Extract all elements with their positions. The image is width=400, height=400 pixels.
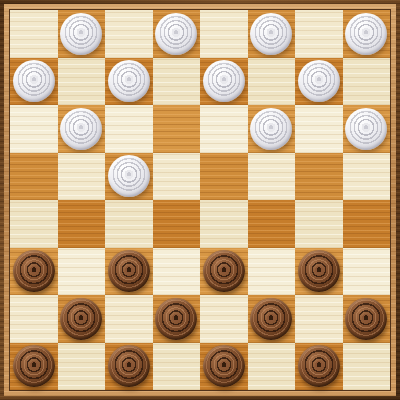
dark-piece-c3[interactable]: ⛀ bbox=[108, 250, 150, 292]
white-piece-f6[interactable]: ⛂ bbox=[250, 108, 292, 150]
dark-piece-f2[interactable]: ⛀ bbox=[250, 298, 292, 340]
white-piece-d8[interactable]: ⛂ bbox=[155, 13, 197, 55]
square-g3[interactable]: ⛀ bbox=[295, 248, 343, 296]
white-piece-g7[interactable]: ⛂ bbox=[298, 60, 340, 102]
dark-piece-a3[interactable]: ⛀ bbox=[13, 250, 55, 292]
white-piece-f8[interactable]: ⛂ bbox=[250, 13, 292, 55]
square-d5 bbox=[153, 153, 201, 201]
dark-piece-g3[interactable]: ⛀ bbox=[298, 250, 340, 292]
white-piece-a7[interactable]: ⛂ bbox=[13, 60, 55, 102]
square-c7[interactable]: ⛂ bbox=[105, 58, 153, 106]
dark-piece-e3[interactable]: ⛀ bbox=[203, 250, 245, 292]
square-h3 bbox=[343, 248, 391, 296]
square-h1 bbox=[343, 343, 391, 391]
square-b7 bbox=[58, 58, 106, 106]
white-piece-b8[interactable]: ⛂ bbox=[60, 13, 102, 55]
square-d2[interactable]: ⛀ bbox=[153, 295, 201, 343]
square-e2 bbox=[200, 295, 248, 343]
dark-piece-g1[interactable]: ⛀ bbox=[298, 345, 340, 387]
square-e6 bbox=[200, 105, 248, 153]
square-e7[interactable]: ⛂ bbox=[200, 58, 248, 106]
square-h6[interactable]: ⛂ bbox=[343, 105, 391, 153]
square-d7 bbox=[153, 58, 201, 106]
square-h2[interactable]: ⛀ bbox=[343, 295, 391, 343]
square-f6[interactable]: ⛂ bbox=[248, 105, 296, 153]
square-e1[interactable]: ⛀ bbox=[200, 343, 248, 391]
white-piece-b6[interactable]: ⛂ bbox=[60, 108, 102, 150]
white-piece-e7[interactable]: ⛂ bbox=[203, 60, 245, 102]
square-e8 bbox=[200, 10, 248, 58]
square-b6[interactable]: ⛂ bbox=[58, 105, 106, 153]
square-a8 bbox=[10, 10, 58, 58]
checkers-board: ⛂⛂⛂⛂⛂⛂⛂⛂⛂⛂⛂⛂⛀⛀⛀⛀⛀⛀⛀⛀⛀⛀⛀⛀ bbox=[9, 9, 391, 391]
square-d4[interactable] bbox=[153, 200, 201, 248]
white-piece-h8[interactable]: ⛂ bbox=[345, 13, 387, 55]
square-g8 bbox=[295, 10, 343, 58]
dark-piece-d2[interactable]: ⛀ bbox=[155, 298, 197, 340]
square-c5[interactable]: ⛂ bbox=[105, 153, 153, 201]
square-f7 bbox=[248, 58, 296, 106]
square-d6[interactable] bbox=[153, 105, 201, 153]
square-d1 bbox=[153, 343, 201, 391]
square-g2 bbox=[295, 295, 343, 343]
square-d3 bbox=[153, 248, 201, 296]
square-h5 bbox=[343, 153, 391, 201]
square-f2[interactable]: ⛀ bbox=[248, 295, 296, 343]
square-a2 bbox=[10, 295, 58, 343]
square-e5[interactable] bbox=[200, 153, 248, 201]
square-b2[interactable]: ⛀ bbox=[58, 295, 106, 343]
board-frame-inner: ⛂⛂⛂⛂⛂⛂⛂⛂⛂⛂⛂⛂⛀⛀⛀⛀⛀⛀⛀⛀⛀⛀⛀⛀ bbox=[4, 4, 396, 396]
dark-piece-c1[interactable]: ⛀ bbox=[108, 345, 150, 387]
square-a1[interactable]: ⛀ bbox=[10, 343, 58, 391]
square-e4 bbox=[200, 200, 248, 248]
white-piece-c5[interactable]: ⛂ bbox=[108, 155, 150, 197]
square-g5[interactable] bbox=[295, 153, 343, 201]
square-h7 bbox=[343, 58, 391, 106]
square-b1 bbox=[58, 343, 106, 391]
square-b3 bbox=[58, 248, 106, 296]
square-h4[interactable] bbox=[343, 200, 391, 248]
square-c2 bbox=[105, 295, 153, 343]
square-c1[interactable]: ⛀ bbox=[105, 343, 153, 391]
square-b5 bbox=[58, 153, 106, 201]
square-c8 bbox=[105, 10, 153, 58]
square-f8[interactable]: ⛂ bbox=[248, 10, 296, 58]
board-frame: ⛂⛂⛂⛂⛂⛂⛂⛂⛂⛂⛂⛂⛀⛀⛀⛀⛀⛀⛀⛀⛀⛀⛀⛀ bbox=[0, 0, 400, 400]
square-h8[interactable]: ⛂ bbox=[343, 10, 391, 58]
dark-piece-h2[interactable]: ⛀ bbox=[345, 298, 387, 340]
square-a7[interactable]: ⛂ bbox=[10, 58, 58, 106]
square-c4 bbox=[105, 200, 153, 248]
white-piece-h6[interactable]: ⛂ bbox=[345, 108, 387, 150]
square-g6 bbox=[295, 105, 343, 153]
square-b4[interactable] bbox=[58, 200, 106, 248]
square-f3 bbox=[248, 248, 296, 296]
square-c3[interactable]: ⛀ bbox=[105, 248, 153, 296]
square-f4[interactable] bbox=[248, 200, 296, 248]
square-f5 bbox=[248, 153, 296, 201]
square-b8[interactable]: ⛂ bbox=[58, 10, 106, 58]
square-g4 bbox=[295, 200, 343, 248]
dark-piece-e1[interactable]: ⛀ bbox=[203, 345, 245, 387]
square-g7[interactable]: ⛂ bbox=[295, 58, 343, 106]
square-f1 bbox=[248, 343, 296, 391]
square-a3[interactable]: ⛀ bbox=[10, 248, 58, 296]
square-a5[interactable] bbox=[10, 153, 58, 201]
square-a4 bbox=[10, 200, 58, 248]
square-c6 bbox=[105, 105, 153, 153]
dark-piece-a1[interactable]: ⛀ bbox=[13, 345, 55, 387]
dark-piece-b2[interactable]: ⛀ bbox=[60, 298, 102, 340]
square-g1[interactable]: ⛀ bbox=[295, 343, 343, 391]
white-piece-c7[interactable]: ⛂ bbox=[108, 60, 150, 102]
square-a6 bbox=[10, 105, 58, 153]
square-d8[interactable]: ⛂ bbox=[153, 10, 201, 58]
square-e3[interactable]: ⛀ bbox=[200, 248, 248, 296]
